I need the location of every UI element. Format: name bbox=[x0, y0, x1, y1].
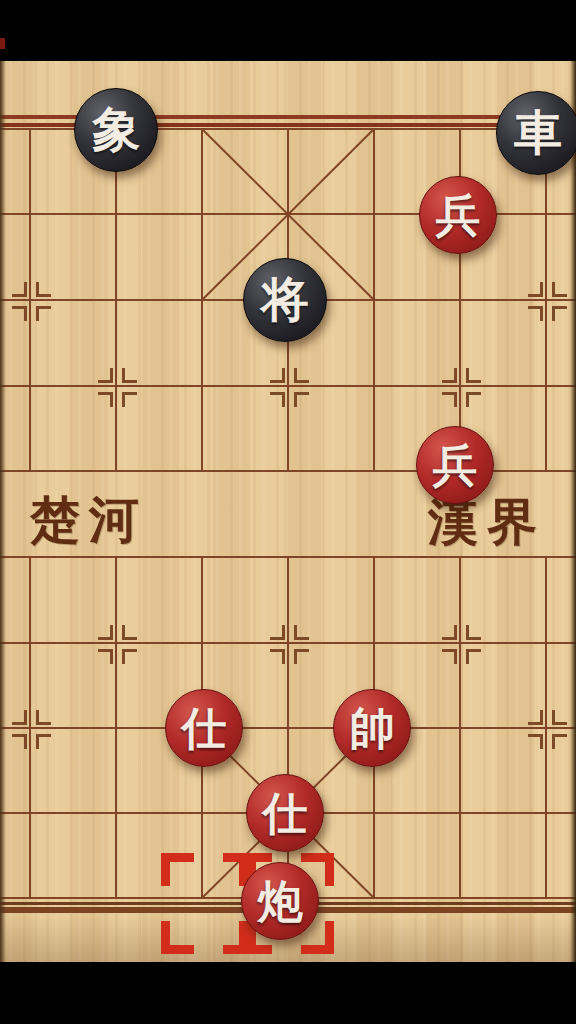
piece-black-elephant[interactable]: 象 bbox=[74, 88, 158, 172]
piece-glyph: 将 bbox=[261, 276, 309, 324]
river-label-left: 楚河 bbox=[30, 487, 148, 554]
video-edge-artifact bbox=[0, 38, 5, 49]
piece-glyph: 帥 bbox=[350, 706, 395, 751]
piece-glyph: 兵 bbox=[433, 443, 478, 488]
piece-glyph: 仕 bbox=[182, 706, 227, 751]
piece-glyph: 炮 bbox=[258, 879, 303, 924]
piece-glyph: 仕 bbox=[263, 791, 308, 836]
piece-glyph: 車 bbox=[514, 109, 562, 157]
piece-red-soldier-advanced[interactable]: 兵 bbox=[419, 176, 497, 254]
piece-glyph: 象 bbox=[92, 106, 140, 154]
piece-red-soldier-river[interactable]: 兵 bbox=[416, 426, 494, 504]
piece-red-advisor-left[interactable]: 仕 bbox=[165, 689, 243, 767]
xiangqi-board[interactable]: 楚河 漢界 象車兵将兵仕帥仕炮 bbox=[0, 61, 576, 962]
piece-red-cannon[interactable]: 炮 bbox=[241, 862, 319, 940]
piece-glyph: 兵 bbox=[436, 193, 481, 238]
piece-red-general[interactable]: 帥 bbox=[333, 689, 411, 767]
letterbox-bottom bbox=[0, 962, 576, 1024]
screen-left-edge bbox=[0, 61, 6, 962]
piece-red-advisor-center[interactable]: 仕 bbox=[246, 774, 324, 852]
screen-right-edge bbox=[570, 61, 576, 962]
letterbox-top bbox=[0, 0, 576, 61]
piece-black-general[interactable]: 将 bbox=[243, 258, 327, 342]
piece-black-chariot[interactable]: 車 bbox=[496, 91, 576, 175]
game-screen: 楚河 漢界 象車兵将兵仕帥仕炮 bbox=[0, 0, 576, 1024]
